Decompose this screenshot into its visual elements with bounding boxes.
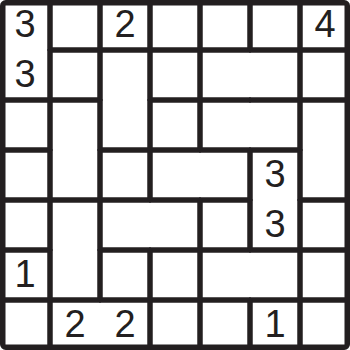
cell-r6c4[interactable] — [150, 250, 200, 300]
cell-r3c4[interactable] — [150, 100, 200, 150]
cell-r5c3[interactable] — [100, 200, 150, 250]
cell-r7c7[interactable] — [300, 300, 350, 350]
cell-r6c1[interactable]: 1 — [0, 250, 50, 300]
cell-r7c6[interactable]: 1 — [250, 300, 300, 350]
cell-r7c3[interactable]: 2 — [100, 300, 150, 350]
cell-r5c1[interactable] — [0, 200, 50, 250]
cell-r2c7[interactable] — [300, 50, 350, 100]
puzzle-board: 3243331221 — [0, 0, 350, 350]
cell-r1c7[interactable]: 4 — [300, 0, 350, 50]
cell-r6c7[interactable] — [300, 250, 350, 300]
cell-r5c7[interactable] — [300, 200, 350, 250]
given-digit: 3 — [264, 205, 285, 243]
puzzle-grid: 3243331221 — [0, 0, 350, 350]
cell-r7c1[interactable] — [0, 300, 50, 350]
cell-r2c3[interactable] — [100, 50, 150, 100]
cell-r5c5[interactable] — [200, 200, 250, 250]
cell-r3c6[interactable] — [250, 100, 300, 150]
given-digit: 3 — [264, 155, 285, 193]
cell-r2c1[interactable]: 3 — [0, 50, 50, 100]
given-digit: 3 — [14, 5, 35, 43]
cell-r7c2[interactable]: 2 — [50, 300, 100, 350]
cell-r3c7[interactable] — [300, 100, 350, 150]
cell-r6c5[interactable] — [200, 250, 250, 300]
cell-r4c1[interactable] — [0, 150, 50, 200]
cell-r4c5[interactable] — [200, 150, 250, 200]
cell-r7c4[interactable] — [150, 300, 200, 350]
cell-r1c5[interactable] — [200, 0, 250, 50]
cell-r3c5[interactable] — [200, 100, 250, 150]
cell-r3c3[interactable] — [100, 100, 150, 150]
cell-r1c6[interactable] — [250, 0, 300, 50]
given-digit: 2 — [64, 305, 85, 343]
given-digit: 2 — [114, 305, 135, 343]
given-digit: 2 — [114, 5, 135, 43]
cell-r2c4[interactable] — [150, 50, 200, 100]
given-digit: 4 — [314, 5, 335, 43]
cell-r2c5[interactable] — [200, 50, 250, 100]
cell-r1c4[interactable] — [150, 0, 200, 50]
given-digit: 1 — [14, 255, 35, 293]
cell-r2c6[interactable] — [250, 50, 300, 100]
cell-r5c2[interactable] — [50, 200, 100, 250]
given-digit: 3 — [14, 55, 35, 93]
cell-r4c6[interactable]: 3 — [250, 150, 300, 200]
cell-r3c1[interactable] — [0, 100, 50, 150]
cell-r5c6[interactable]: 3 — [250, 200, 300, 250]
cell-r4c7[interactable] — [300, 150, 350, 200]
cell-r1c3[interactable]: 2 — [100, 0, 150, 50]
cell-r6c2[interactable] — [50, 250, 100, 300]
cell-r4c3[interactable] — [100, 150, 150, 200]
cell-r4c4[interactable] — [150, 150, 200, 200]
cell-r7c5[interactable] — [200, 300, 250, 350]
cell-r5c4[interactable] — [150, 200, 200, 250]
cell-r6c6[interactable] — [250, 250, 300, 300]
cell-r2c2[interactable] — [50, 50, 100, 100]
cell-r1c2[interactable] — [50, 0, 100, 50]
cell-r1c1[interactable]: 3 — [0, 0, 50, 50]
cell-r3c2[interactable] — [50, 100, 100, 150]
given-digit: 1 — [264, 305, 285, 343]
cell-r6c3[interactable] — [100, 250, 150, 300]
cell-r4c2[interactable] — [50, 150, 100, 200]
